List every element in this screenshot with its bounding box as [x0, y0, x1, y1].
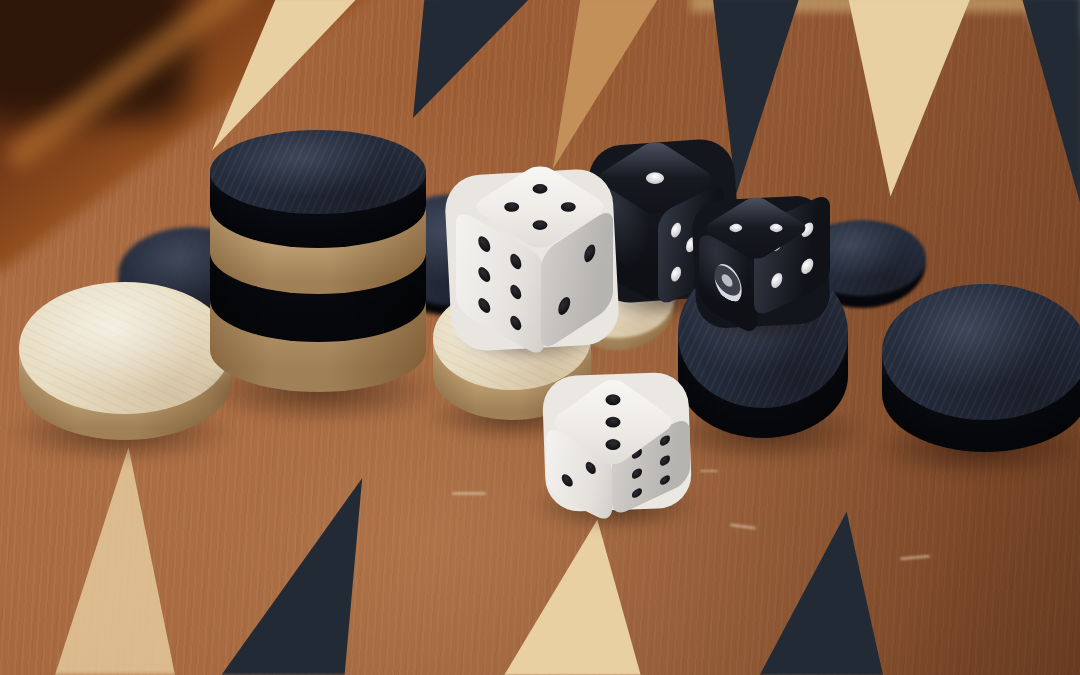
die-pip	[501, 200, 522, 214]
checker-shadow	[195, 355, 445, 425]
die-pip	[584, 241, 596, 264]
checker-shadow	[425, 390, 605, 442]
stack-level2-black	[210, 182, 426, 342]
stack-level3-cream	[210, 182, 426, 294]
die-pip	[558, 200, 579, 214]
die-shadow	[455, 318, 605, 362]
die-pip	[643, 170, 668, 186]
die-pip	[603, 415, 624, 430]
die-pip	[701, 250, 711, 269]
die-pip	[727, 223, 745, 234]
die-pip	[686, 235, 696, 254]
die-pip	[632, 467, 642, 480]
point-top-black-2	[700, 0, 810, 207]
point-top-tan	[540, 0, 670, 182]
wood-scratch	[700, 470, 718, 472]
die-pip	[801, 220, 812, 239]
die-pip	[660, 454, 670, 467]
die-pip	[510, 252, 521, 272]
point-top-black-1	[395, 0, 545, 132]
stack-top-face	[210, 130, 426, 214]
checker-shadow	[5, 400, 235, 464]
point-top-black-3	[1005, 0, 1080, 232]
die-face	[701, 194, 811, 262]
die-pip	[586, 460, 597, 476]
die-face	[754, 192, 830, 319]
die-shadow	[530, 480, 700, 532]
die-pip	[478, 295, 489, 315]
die-pip	[801, 257, 812, 276]
die-pip	[767, 223, 785, 234]
die-pip	[529, 218, 550, 232]
backgammon-board-photo	[0, 0, 1080, 675]
point-bottom-black-1	[215, 472, 375, 675]
die-shadow	[700, 305, 830, 341]
die-pip	[510, 282, 521, 302]
checker-shadow	[870, 415, 1080, 479]
wood-scratch	[730, 523, 756, 530]
stack-level4-black	[210, 170, 426, 248]
point-bottom-black-2	[750, 505, 890, 675]
die-pip	[558, 294, 570, 317]
die-pip	[671, 221, 681, 240]
die-pip	[632, 447, 642, 460]
die-pip	[771, 234, 782, 253]
point-bottom-cream-1	[40, 445, 190, 675]
die-pip	[603, 437, 624, 452]
die-pip	[478, 234, 489, 254]
checker-shadow	[660, 400, 870, 464]
die-pip	[603, 392, 624, 407]
die-pip	[701, 206, 711, 225]
die-pip	[478, 265, 489, 285]
point-top-cream-2	[835, 0, 985, 212]
die-pip	[529, 182, 550, 196]
die-face	[593, 138, 717, 218]
wood-scratch	[900, 555, 930, 561]
point-bottom-cream-2	[495, 515, 650, 675]
die-face	[469, 162, 610, 253]
wood-scratch	[452, 492, 486, 495]
die-pip	[771, 271, 782, 290]
